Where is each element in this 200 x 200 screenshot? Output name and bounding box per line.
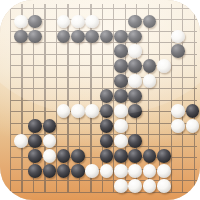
white-stone: [128, 179, 142, 193]
white-stone: [85, 104, 99, 118]
black-stone: [57, 149, 71, 163]
black-stone: [128, 30, 142, 44]
black-stone: [100, 149, 114, 163]
white-stone: [85, 164, 99, 178]
black-stone: [143, 59, 157, 73]
white-stone: [128, 44, 142, 58]
white-stone: [171, 119, 185, 133]
black-stone: [100, 30, 114, 44]
white-stone: [14, 15, 28, 29]
white-stone: [143, 164, 157, 178]
black-stone: [128, 15, 142, 29]
white-stone: [71, 104, 85, 118]
black-stone: [85, 30, 99, 44]
stones-layer: [0, 0, 200, 200]
go-app-icon[interactable]: [0, 0, 200, 200]
white-stone: [85, 15, 99, 29]
black-stone: [114, 89, 128, 103]
black-stone: [28, 149, 42, 163]
screen: [0, 0, 200, 200]
black-stone: [186, 104, 200, 118]
white-stone: [157, 164, 171, 178]
white-stone: [71, 15, 85, 29]
white-stone: [14, 134, 28, 148]
black-stone: [143, 149, 157, 163]
black-stone: [100, 89, 114, 103]
black-stone: [114, 149, 128, 163]
white-stone: [114, 119, 128, 133]
black-stone: [28, 30, 42, 44]
black-stone: [100, 119, 114, 133]
black-stone: [71, 164, 85, 178]
white-stone: [186, 119, 200, 133]
white-stone: [57, 15, 71, 29]
black-stone: [100, 104, 114, 118]
black-stone: [28, 134, 42, 148]
white-stone: [157, 179, 171, 193]
black-stone: [128, 104, 142, 118]
white-stone: [114, 104, 128, 118]
white-stone: [114, 164, 128, 178]
white-stone: [143, 179, 157, 193]
white-stone: [171, 30, 185, 44]
black-stone: [57, 164, 71, 178]
white-stone: [128, 164, 142, 178]
black-stone: [71, 30, 85, 44]
black-stone: [128, 59, 142, 73]
black-stone: [114, 44, 128, 58]
black-stone: [28, 164, 42, 178]
black-stone: [43, 119, 57, 133]
white-stone: [143, 74, 157, 88]
black-stone: [28, 15, 42, 29]
white-stone: [57, 104, 71, 118]
black-stone: [100, 134, 114, 148]
black-stone: [128, 134, 142, 148]
black-stone: [43, 164, 57, 178]
black-stone: [143, 15, 157, 29]
black-stone: [128, 89, 142, 103]
black-stone: [71, 149, 85, 163]
black-stone: [57, 30, 71, 44]
black-stone: [114, 30, 128, 44]
white-stone: [128, 74, 142, 88]
white-stone: [43, 134, 57, 148]
white-stone: [43, 149, 57, 163]
white-stone: [171, 104, 185, 118]
black-stone: [171, 44, 185, 58]
white-stone: [157, 59, 171, 73]
white-stone: [114, 179, 128, 193]
black-stone: [157, 149, 171, 163]
white-stone: [100, 164, 114, 178]
black-stone: [14, 30, 28, 44]
black-stone: [28, 119, 42, 133]
black-stone: [114, 74, 128, 88]
white-stone: [114, 134, 128, 148]
black-stone: [114, 59, 128, 73]
black-stone: [128, 149, 142, 163]
